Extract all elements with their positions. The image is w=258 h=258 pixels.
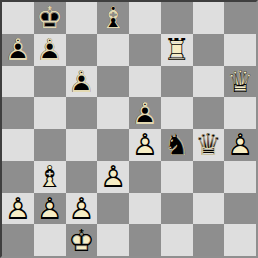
square-b7[interactable]: ♟♙ <box>34 34 66 66</box>
white-pawn-icon: ♟ <box>36 193 63 224</box>
square-e5[interactable]: ♟♙ <box>129 97 161 129</box>
square-h5[interactable] <box>224 97 256 129</box>
square-d4[interactable] <box>97 129 129 161</box>
black-pawn-icon: ♟ <box>36 34 63 65</box>
square-b6[interactable] <box>34 66 66 98</box>
square-h6[interactable]: ♛♕ <box>224 66 256 98</box>
piece-white-rook[interactable]: ♜♖ <box>161 34 193 66</box>
square-g2[interactable] <box>193 193 225 225</box>
square-f8[interactable] <box>161 2 193 34</box>
black-pawn-outline-icon: ♙ <box>131 98 158 129</box>
square-g8[interactable] <box>193 2 225 34</box>
square-d2[interactable] <box>97 193 129 225</box>
piece-black-queen[interactable]: ♛♕ <box>193 129 225 161</box>
black-pawn-icon: ♟ <box>4 34 31 65</box>
square-e8[interactable] <box>129 2 161 34</box>
black-pawn-outline-icon: ♙ <box>36 34 63 65</box>
white-pawn-outline-icon: ♙ <box>131 129 158 160</box>
square-c2[interactable]: ♟♙ <box>66 193 98 225</box>
square-e1[interactable] <box>129 224 161 256</box>
square-f4[interactable]: ♞♘ <box>161 129 193 161</box>
square-c3[interactable] <box>66 161 98 193</box>
black-pawn-icon: ♟ <box>131 98 158 129</box>
black-queen-icon: ♛ <box>195 129 222 160</box>
square-a5[interactable] <box>2 97 34 129</box>
square-d5[interactable] <box>97 97 129 129</box>
square-b4[interactable] <box>34 129 66 161</box>
square-f3[interactable] <box>161 161 193 193</box>
square-b3[interactable]: ♝♗ <box>34 161 66 193</box>
square-c8[interactable] <box>66 2 98 34</box>
square-d7[interactable] <box>97 34 129 66</box>
square-c1[interactable]: ♚♔ <box>66 224 98 256</box>
black-bishop-outline-icon: ♗ <box>100 2 127 33</box>
black-king-icon: ♚ <box>36 2 63 33</box>
white-pawn-outline-icon: ♙ <box>68 193 95 224</box>
square-f7[interactable]: ♜♖ <box>161 34 193 66</box>
black-knight-outline-icon: ♘ <box>163 129 190 160</box>
square-f5[interactable] <box>161 97 193 129</box>
black-bishop-icon: ♝ <box>100 2 127 33</box>
black-queen-outline-icon: ♕ <box>195 129 222 160</box>
white-rook-icon: ♜ <box>163 34 190 65</box>
square-g1[interactable] <box>193 224 225 256</box>
square-a1[interactable] <box>2 224 34 256</box>
square-b5[interactable] <box>34 97 66 129</box>
piece-black-pawn[interactable]: ♟♙ <box>34 34 66 66</box>
white-pawn-outline-icon: ♙ <box>4 193 31 224</box>
square-c6[interactable]: ♟♙ <box>66 66 98 98</box>
black-knight-icon: ♞ <box>163 129 190 160</box>
square-g6[interactable] <box>193 66 225 98</box>
white-bishop-outline-icon: ♗ <box>36 161 63 192</box>
square-g4[interactable]: ♛♕ <box>193 129 225 161</box>
square-f6[interactable] <box>161 66 193 98</box>
white-rook-outline-icon: ♖ <box>163 34 190 65</box>
piece-white-pawn[interactable]: ♟♙ <box>34 193 66 225</box>
square-c4[interactable] <box>66 129 98 161</box>
white-pawn-icon: ♟ <box>4 193 31 224</box>
white-queen-icon: ♛ <box>227 66 254 97</box>
square-d1[interactable] <box>97 224 129 256</box>
square-e7[interactable] <box>129 34 161 66</box>
white-pawn-icon: ♟ <box>227 129 254 160</box>
square-e3[interactable] <box>129 161 161 193</box>
square-d3[interactable]: ♟♙ <box>97 161 129 193</box>
square-f2[interactable] <box>161 193 193 225</box>
square-b2[interactable]: ♟♙ <box>34 193 66 225</box>
square-a6[interactable] <box>2 66 34 98</box>
piece-white-pawn[interactable]: ♟♙ <box>97 161 129 193</box>
square-h3[interactable] <box>224 161 256 193</box>
white-pawn-icon: ♟ <box>131 129 158 160</box>
black-pawn-icon: ♟ <box>68 66 95 97</box>
white-queen-outline-icon: ♕ <box>227 66 254 97</box>
white-pawn-outline-icon: ♙ <box>100 161 127 192</box>
piece-black-pawn[interactable]: ♟♙ <box>129 97 161 129</box>
white-king-outline-icon: ♔ <box>68 225 95 256</box>
piece-white-pawn[interactable]: ♟♙ <box>224 129 256 161</box>
square-g5[interactable] <box>193 97 225 129</box>
piece-black-pawn[interactable]: ♟♙ <box>2 34 34 66</box>
square-e2[interactable] <box>129 193 161 225</box>
white-pawn-outline-icon: ♙ <box>36 193 63 224</box>
square-b1[interactable] <box>34 224 66 256</box>
piece-white-pawn[interactable]: ♟♙ <box>2 193 34 225</box>
square-c5[interactable] <box>66 97 98 129</box>
white-king-icon: ♚ <box>68 225 95 256</box>
square-g7[interactable] <box>193 34 225 66</box>
square-a7[interactable]: ♟♙ <box>2 34 34 66</box>
white-pawn-icon: ♟ <box>100 161 127 192</box>
square-h7[interactable] <box>224 34 256 66</box>
piece-white-king[interactable]: ♚♔ <box>66 224 98 256</box>
square-f1[interactable] <box>161 224 193 256</box>
piece-white-pawn[interactable]: ♟♙ <box>129 129 161 161</box>
white-bishop-icon: ♝ <box>36 161 63 192</box>
square-a3[interactable] <box>2 161 34 193</box>
square-d6[interactable] <box>97 66 129 98</box>
piece-black-bishop[interactable]: ♝♗ <box>97 2 129 34</box>
white-pawn-outline-icon: ♙ <box>227 129 254 160</box>
square-a4[interactable] <box>2 129 34 161</box>
piece-white-bishop[interactable]: ♝♗ <box>34 161 66 193</box>
square-c7[interactable] <box>66 34 98 66</box>
square-a2[interactable]: ♟♙ <box>2 193 34 225</box>
piece-black-king[interactable]: ♚♔ <box>34 2 66 34</box>
square-h2[interactable] <box>224 193 256 225</box>
square-g3[interactable] <box>193 161 225 193</box>
square-d8[interactable]: ♝♗ <box>97 2 129 34</box>
chess-board: ♚♔♝♗♟♙♟♙♜♖♟♙♛♕♟♙♟♙♞♘♛♕♟♙♝♗♟♙♟♙♟♙♟♙♚♔ <box>0 0 258 258</box>
white-pawn-icon: ♟ <box>68 193 95 224</box>
piece-black-knight[interactable]: ♞♘ <box>161 129 193 161</box>
square-e6[interactable] <box>129 66 161 98</box>
piece-white-queen[interactable]: ♛♕ <box>224 66 256 98</box>
square-h4[interactable]: ♟♙ <box>224 129 256 161</box>
square-b8[interactable]: ♚♔ <box>34 2 66 34</box>
square-h8[interactable] <box>224 2 256 34</box>
black-pawn-outline-icon: ♙ <box>68 66 95 97</box>
square-e4[interactable]: ♟♙ <box>129 129 161 161</box>
square-h1[interactable] <box>224 224 256 256</box>
piece-white-pawn[interactable]: ♟♙ <box>66 193 98 225</box>
square-a8[interactable] <box>2 2 34 34</box>
black-pawn-outline-icon: ♙ <box>4 34 31 65</box>
black-king-outline-icon: ♔ <box>36 2 63 33</box>
piece-black-pawn[interactable]: ♟♙ <box>66 66 98 98</box>
